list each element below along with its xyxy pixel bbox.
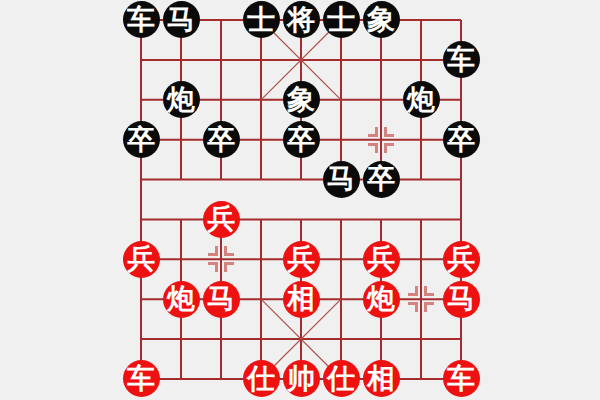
black-advisor-glyph: 士 [323, 1, 360, 38]
red-chariot-glyph: 车 [443, 360, 480, 397]
black-soldier-glyph: 卒 [283, 121, 320, 158]
piece-red-soldier[interactable]: 兵 [441, 239, 481, 279]
piece-black-general[interactable]: 将 [281, 0, 321, 40]
red-chariot-glyph: 车 [123, 360, 160, 397]
piece-black-advisor[interactable]: 士 [241, 0, 281, 40]
piece-red-advisor[interactable]: 仕 [321, 359, 361, 399]
black-cannon-glyph: 炮 [403, 81, 440, 118]
piece-red-soldier[interactable]: 兵 [361, 239, 401, 279]
piece-red-horse[interactable]: 马 [441, 279, 481, 319]
black-horse-glyph: 马 [163, 1, 200, 38]
black-soldier-glyph: 卒 [123, 121, 160, 158]
red-advisor-glyph: 仕 [243, 360, 280, 397]
black-cannon-glyph: 炮 [163, 81, 200, 118]
piece-black-chariot[interactable]: 车 [441, 40, 481, 80]
red-soldier-glyph: 兵 [123, 241, 160, 278]
piece-black-cannon[interactable]: 炮 [401, 80, 441, 120]
last-move-marker [361, 120, 401, 160]
piece-red-cannon[interactable]: 炮 [361, 279, 401, 319]
red-cannon-glyph: 炮 [163, 281, 200, 318]
black-soldier-glyph: 卒 [203, 121, 240, 158]
piece-black-advisor[interactable]: 士 [321, 0, 361, 40]
black-advisor-glyph: 士 [243, 1, 280, 38]
piece-red-elephant[interactable]: 相 [361, 359, 401, 399]
piece-black-soldier[interactable]: 卒 [441, 120, 481, 160]
red-elephant-glyph: 相 [283, 281, 320, 318]
piece-black-horse[interactable]: 马 [321, 160, 361, 200]
piece-red-general[interactable]: 帅 [281, 359, 321, 399]
last-move-marker [401, 279, 441, 319]
black-elephant-glyph: 象 [283, 81, 320, 118]
red-elephant-glyph: 相 [363, 360, 400, 397]
black-general-glyph: 将 [283, 1, 320, 38]
piece-black-soldier[interactable]: 卒 [281, 120, 321, 160]
piece-black-horse[interactable]: 马 [161, 0, 201, 40]
red-horse-glyph: 马 [203, 281, 240, 318]
piece-red-soldier[interactable]: 兵 [281, 239, 321, 279]
red-cannon-glyph: 炮 [363, 281, 400, 318]
red-advisor-glyph: 仕 [323, 360, 360, 397]
red-soldier-glyph: 兵 [203, 201, 240, 238]
piece-black-cannon[interactable]: 炮 [161, 80, 201, 120]
piece-black-soldier[interactable]: 卒 [121, 120, 161, 160]
black-chariot-glyph: 车 [443, 41, 480, 78]
piece-red-horse[interactable]: 马 [201, 279, 241, 319]
black-soldier-glyph: 卒 [443, 121, 480, 158]
piece-red-advisor[interactable]: 仕 [241, 359, 281, 399]
black-horse-glyph: 马 [323, 161, 360, 198]
black-soldier-glyph: 卒 [363, 161, 400, 198]
last-move-marker [201, 239, 241, 279]
piece-red-cannon[interactable]: 炮 [161, 279, 201, 319]
piece-black-soldier[interactable]: 卒 [201, 120, 241, 160]
black-elephant-glyph: 象 [363, 1, 400, 38]
piece-black-elephant[interactable]: 象 [361, 0, 401, 40]
piece-red-soldier[interactable]: 兵 [121, 239, 161, 279]
red-soldier-glyph: 兵 [283, 241, 320, 278]
xiangqi-board[interactable]: 车马士将士象车炮象炮卒卒卒卒马卒兵兵兵兵兵炮马相炮马车仕帅仕相车 [0, 0, 600, 400]
piece-black-chariot[interactable]: 车 [121, 0, 161, 40]
board-intersections: 车马士将士象车炮象炮卒卒卒卒马卒兵兵兵兵兵炮马相炮马车仕帅仕相车 [121, 0, 481, 399]
black-chariot-glyph: 车 [123, 1, 160, 38]
piece-red-chariot[interactable]: 车 [441, 359, 481, 399]
red-general-glyph: 帅 [283, 360, 320, 397]
piece-black-elephant[interactable]: 象 [281, 80, 321, 120]
piece-red-elephant[interactable]: 相 [281, 279, 321, 319]
piece-red-chariot[interactable]: 车 [121, 359, 161, 399]
piece-black-soldier[interactable]: 卒 [361, 160, 401, 200]
red-soldier-glyph: 兵 [443, 241, 480, 278]
red-horse-glyph: 马 [443, 281, 480, 318]
piece-red-soldier[interactable]: 兵 [201, 199, 241, 239]
red-soldier-glyph: 兵 [363, 241, 400, 278]
